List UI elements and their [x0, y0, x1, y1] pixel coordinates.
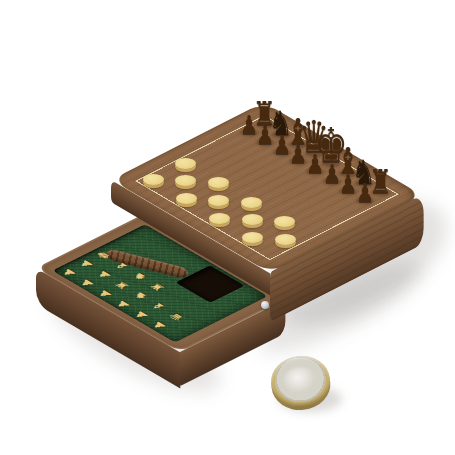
drawer-lying-piece-light: ♝	[147, 300, 169, 312]
drawer-lying-piece-light: ♟	[93, 268, 115, 280]
product-photo-scene: ♟♟♟♟♟♟♟♟♜♞♝♛♚♝♞♜ ♜♞♝♛♚♝♞♜♟♟♟♟♟♟♟♟	[0, 0, 455, 455]
drawer-lying-piece-light: ♟	[94, 287, 116, 299]
drawer-lying-piece-light: ♟	[76, 277, 98, 289]
drawer-lying-piece-light: ♟	[112, 298, 134, 310]
coin-relief	[283, 365, 318, 394]
coin-edge	[269, 357, 333, 413]
drawer-lying-piece-light: ♟	[130, 309, 152, 321]
drawer-lying-piece-light: ♛	[165, 310, 187, 322]
drawer-lying-piece-light: ♟	[58, 266, 80, 278]
drawer-lying-piece-light: ♟	[75, 258, 97, 270]
coin-shadow	[278, 386, 342, 412]
one-euro-coin	[269, 353, 333, 409]
drawer-lying-piece-light: ♞	[129, 270, 151, 282]
drawer-lying-piece-light: ♜	[111, 279, 133, 291]
drawer-lying-piece-light: ♜	[147, 281, 169, 293]
drawer-lying-piece-light: ♚	[92, 249, 114, 261]
drawer-lying-piece-light: ♞	[129, 289, 151, 301]
coin-face	[269, 353, 333, 409]
drawer-lying-piece-light: ♝	[110, 259, 132, 271]
drawer-lying-piece-light: ♟	[148, 319, 170, 331]
